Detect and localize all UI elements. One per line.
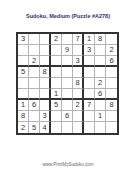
cell-r1c6[interactable]: 7 xyxy=(73,34,84,45)
cell-r8c8[interactable]: 1 xyxy=(95,111,106,122)
cell-r5c3[interactable] xyxy=(40,78,51,89)
cell-r5c9[interactable] xyxy=(106,78,117,89)
cell-r8c5[interactable]: 6 xyxy=(62,111,73,122)
cell-r3c3[interactable] xyxy=(40,56,51,67)
cell-r4c4[interactable] xyxy=(51,67,62,78)
cell-r6c8[interactable]: 6 xyxy=(95,89,106,100)
cell-r8c1[interactable]: 8 xyxy=(18,111,29,122)
cell-r3c9[interactable]: 6 xyxy=(106,56,117,67)
cell-r3c5[interactable] xyxy=(62,56,73,67)
cell-r9c7[interactable] xyxy=(84,122,95,133)
cell-r4c9[interactable] xyxy=(106,67,117,78)
cell-r5c4[interactable] xyxy=(51,78,62,89)
cell-r8c2[interactable] xyxy=(29,111,40,122)
cell-r8c6[interactable] xyxy=(73,111,84,122)
cell-r8c7[interactable] xyxy=(84,111,95,122)
cell-r7c4[interactable]: 5 xyxy=(51,100,62,111)
cell-r9c6[interactable] xyxy=(73,122,84,133)
cell-r1c9[interactable] xyxy=(106,34,117,45)
cell-r5c6[interactable]: 8 xyxy=(73,78,84,89)
cell-r6c2[interactable] xyxy=(29,89,40,100)
cell-r9c4[interactable] xyxy=(51,122,62,133)
cell-r5c7[interactable] xyxy=(84,78,95,89)
cell-r7c8[interactable] xyxy=(95,100,106,111)
cell-r7c1[interactable]: 1 xyxy=(18,100,29,111)
cell-r4c3[interactable]: 8 xyxy=(40,67,51,78)
cell-r1c4[interactable]: 2 xyxy=(51,34,62,45)
cell-r9c3[interactable]: 4 xyxy=(40,122,51,133)
cell-r2c9[interactable]: 2 xyxy=(106,45,117,56)
cell-r7c2[interactable]: 6 xyxy=(29,100,40,111)
cell-r7c9[interactable]: 8 xyxy=(106,100,117,111)
cell-r6c7[interactable] xyxy=(84,89,95,100)
cell-r1c1[interactable]: 3 xyxy=(18,34,29,45)
cell-r4c1[interactable]: 5 xyxy=(18,67,29,78)
cell-r5c1[interactable] xyxy=(18,78,29,89)
cell-r4c5[interactable] xyxy=(62,67,73,78)
cell-r6c3[interactable] xyxy=(40,89,51,100)
cell-r9c2[interactable]: 5 xyxy=(29,122,40,133)
cell-r4c6[interactable] xyxy=(73,67,84,78)
cell-r9c1[interactable]: 2 xyxy=(18,122,29,133)
cell-r6c4[interactable]: 1 xyxy=(51,89,62,100)
puzzle-title: Sudoku, Medium (Puzzle #A278) xyxy=(0,13,136,19)
cell-r1c5[interactable] xyxy=(62,34,73,45)
cell-r5c2[interactable] xyxy=(29,78,40,89)
cell-r2c1[interactable] xyxy=(18,45,29,56)
cell-r3c7[interactable] xyxy=(84,56,95,67)
cell-r1c7[interactable]: 1 xyxy=(84,34,95,45)
cell-r7c5[interactable] xyxy=(62,100,73,111)
cell-r1c2[interactable] xyxy=(29,34,40,45)
cell-r7c6[interactable]: 2 xyxy=(73,100,84,111)
cell-r6c9[interactable] xyxy=(106,89,117,100)
cell-r7c3[interactable] xyxy=(40,100,51,111)
cell-r6c1[interactable] xyxy=(18,89,29,100)
cell-r1c3[interactable] xyxy=(40,34,51,45)
cell-r2c6[interactable] xyxy=(73,45,84,56)
cell-r2c8[interactable] xyxy=(95,45,106,56)
cell-r2c3[interactable] xyxy=(40,45,51,56)
cell-r9c5[interactable] xyxy=(62,122,73,133)
footer-text: www.PrintMySudoku.com xyxy=(0,162,136,167)
sudoku-board: 327189322365882161652788361254 xyxy=(16,32,119,135)
cell-r6c5[interactable] xyxy=(62,89,73,100)
sudoku-page: Sudoku, Medium (Puzzle #A278) 3271893223… xyxy=(0,0,136,176)
cell-r3c6[interactable]: 3 xyxy=(73,56,84,67)
cell-r8c3[interactable]: 3 xyxy=(40,111,51,122)
cell-r2c2[interactable] xyxy=(29,45,40,56)
cell-r5c5[interactable] xyxy=(62,78,73,89)
cell-r2c4[interactable] xyxy=(51,45,62,56)
cell-r9c8[interactable] xyxy=(95,122,106,133)
cell-r3c1[interactable] xyxy=(18,56,29,67)
cell-r2c5[interactable]: 9 xyxy=(62,45,73,56)
cell-r3c2[interactable]: 2 xyxy=(29,56,40,67)
cell-r4c7[interactable] xyxy=(84,67,95,78)
cell-r9c9[interactable] xyxy=(106,122,117,133)
cell-r5c8[interactable]: 2 xyxy=(95,78,106,89)
cell-r3c8[interactable] xyxy=(95,56,106,67)
cell-r8c4[interactable] xyxy=(51,111,62,122)
cell-r7c7[interactable]: 7 xyxy=(84,100,95,111)
cell-r4c2[interactable] xyxy=(29,67,40,78)
cell-r8c9[interactable] xyxy=(106,111,117,122)
cell-r2c7[interactable]: 3 xyxy=(84,45,95,56)
cell-r3c4[interactable] xyxy=(51,56,62,67)
cell-r6c6[interactable] xyxy=(73,89,84,100)
cell-r4c8[interactable] xyxy=(95,67,106,78)
cell-r1c8[interactable]: 8 xyxy=(95,34,106,45)
